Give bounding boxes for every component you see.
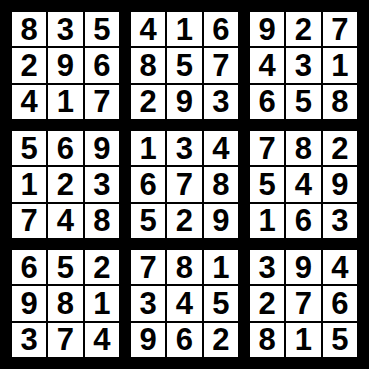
cell-r7c6[interactable]: 1 (204, 250, 238, 284)
sudoku-box-3-1: 652981374 (12, 250, 119, 357)
cell-r2c7[interactable]: 4 (250, 48, 284, 82)
cell-r3c5[interactable]: 9 (167, 85, 201, 119)
cell-r6c8[interactable]: 6 (286, 204, 320, 238)
cell-r8c5[interactable]: 4 (167, 286, 201, 320)
cell-r6c2[interactable]: 4 (48, 204, 82, 238)
cell-r4c4[interactable]: 1 (131, 131, 165, 165)
cell-r6c7[interactable]: 1 (250, 204, 284, 238)
cell-r8c7[interactable]: 2 (250, 286, 284, 320)
cell-r7c4[interactable]: 7 (131, 250, 165, 284)
cell-r5c9[interactable]: 9 (323, 167, 357, 201)
cell-r1c5[interactable]: 1 (167, 12, 201, 46)
cell-r5c7[interactable]: 5 (250, 167, 284, 201)
cell-r2c9[interactable]: 1 (323, 48, 357, 82)
cell-r7c9[interactable]: 4 (323, 250, 357, 284)
cell-r5c4[interactable]: 6 (131, 167, 165, 201)
cell-r1c7[interactable]: 9 (250, 12, 284, 46)
cell-r9c4[interactable]: 9 (131, 323, 165, 357)
cell-r1c6[interactable]: 6 (204, 12, 238, 46)
cell-r1c1[interactable]: 8 (12, 12, 46, 46)
cell-r3c8[interactable]: 5 (286, 85, 320, 119)
cell-r9c6[interactable]: 2 (204, 323, 238, 357)
cell-r4c2[interactable]: 6 (48, 131, 82, 165)
cell-r6c3[interactable]: 8 (85, 204, 119, 238)
sudoku-board: 8352964174168572939274316585691237481346… (0, 0, 369, 369)
cell-r9c3[interactable]: 4 (85, 323, 119, 357)
cell-r1c2[interactable]: 3 (48, 12, 82, 46)
sudoku-box-2-3: 782549163 (250, 131, 357, 238)
cell-r6c4[interactable]: 5 (131, 204, 165, 238)
cell-r9c9[interactable]: 5 (323, 323, 357, 357)
cell-r6c1[interactable]: 7 (12, 204, 46, 238)
cell-r1c4[interactable]: 4 (131, 12, 165, 46)
cell-r5c1[interactable]: 1 (12, 167, 46, 201)
cell-r2c3[interactable]: 6 (85, 48, 119, 82)
cell-r2c4[interactable]: 8 (131, 48, 165, 82)
cell-r9c8[interactable]: 1 (286, 323, 320, 357)
cell-r3c4[interactable]: 2 (131, 85, 165, 119)
cell-r7c8[interactable]: 9 (286, 250, 320, 284)
cell-r4c6[interactable]: 4 (204, 131, 238, 165)
cell-r8c9[interactable]: 6 (323, 286, 357, 320)
cell-r6c6[interactable]: 9 (204, 204, 238, 238)
cell-r5c2[interactable]: 2 (48, 167, 82, 201)
cell-r4c9[interactable]: 2 (323, 131, 357, 165)
cell-r6c9[interactable]: 3 (323, 204, 357, 238)
sudoku-box-2-1: 569123748 (12, 131, 119, 238)
cell-r4c3[interactable]: 9 (85, 131, 119, 165)
cell-r7c1[interactable]: 6 (12, 250, 46, 284)
cell-r8c4[interactable]: 3 (131, 286, 165, 320)
cell-r8c8[interactable]: 7 (286, 286, 320, 320)
cell-r7c5[interactable]: 8 (167, 250, 201, 284)
sudoku-box-1-3: 927431658 (250, 12, 357, 119)
cell-r2c2[interactable]: 9 (48, 48, 82, 82)
cell-r3c2[interactable]: 1 (48, 85, 82, 119)
cell-r3c9[interactable]: 8 (323, 85, 357, 119)
cell-r9c1[interactable]: 3 (12, 323, 46, 357)
cell-r3c3[interactable]: 7 (85, 85, 119, 119)
cell-r3c7[interactable]: 6 (250, 85, 284, 119)
cell-r5c8[interactable]: 4 (286, 167, 320, 201)
cell-r8c1[interactable]: 9 (12, 286, 46, 320)
sudoku-box-2-2: 134678529 (131, 131, 238, 238)
cell-r6c5[interactable]: 2 (167, 204, 201, 238)
cell-r2c8[interactable]: 3 (286, 48, 320, 82)
sudoku-box-1-2: 416857293 (131, 12, 238, 119)
cell-r2c1[interactable]: 2 (12, 48, 46, 82)
cell-r7c3[interactable]: 2 (85, 250, 119, 284)
cell-r1c8[interactable]: 2 (286, 12, 320, 46)
cell-r4c7[interactable]: 7 (250, 131, 284, 165)
cell-r9c7[interactable]: 8 (250, 323, 284, 357)
cell-r7c7[interactable]: 3 (250, 250, 284, 284)
sudoku-box-3-2: 781345962 (131, 250, 238, 357)
cell-r3c6[interactable]: 3 (204, 85, 238, 119)
sudoku-box-1-1: 835296417 (12, 12, 119, 119)
cell-r5c3[interactable]: 3 (85, 167, 119, 201)
cell-r5c5[interactable]: 7 (167, 167, 201, 201)
cell-r4c1[interactable]: 5 (12, 131, 46, 165)
cell-r2c5[interactable]: 5 (167, 48, 201, 82)
cell-r2c6[interactable]: 7 (204, 48, 238, 82)
cell-r8c3[interactable]: 1 (85, 286, 119, 320)
cell-r8c2[interactable]: 8 (48, 286, 82, 320)
cell-r1c3[interactable]: 5 (85, 12, 119, 46)
cell-r5c6[interactable]: 8 (204, 167, 238, 201)
cell-r7c2[interactable]: 5 (48, 250, 82, 284)
cell-r9c2[interactable]: 7 (48, 323, 82, 357)
cell-r9c5[interactable]: 6 (167, 323, 201, 357)
cell-r3c1[interactable]: 4 (12, 85, 46, 119)
cell-r4c5[interactable]: 3 (167, 131, 201, 165)
sudoku-box-3-3: 394276815 (250, 250, 357, 357)
cell-r8c6[interactable]: 5 (204, 286, 238, 320)
cell-r1c9[interactable]: 7 (323, 12, 357, 46)
cell-r4c8[interactable]: 8 (286, 131, 320, 165)
